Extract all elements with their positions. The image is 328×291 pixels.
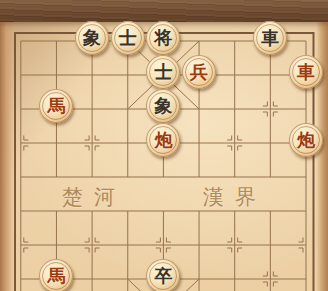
board-point: 卒 [146,262,182,291]
piece-black-elephant-2[interactable]: 象 [146,89,180,123]
piece-red-chariot-1[interactable]: 車 [289,55,323,89]
board-point: 馬 [39,92,75,126]
piece-glyph: 兵 [190,63,208,81]
piece-glyph: 馬 [47,97,65,115]
piece-red-cannon-1[interactable]: 炮 [146,123,180,157]
piece-red-cannon-2[interactable]: 炮 [289,123,323,157]
piece-red-horse-1[interactable]: 馬 [39,89,73,123]
board-point: 象 [74,24,110,58]
piece-glyph: 車 [261,29,279,47]
xiangqi-app-screenshot: 楚河 漢界 象士将車士兵車馬象炮炮馬卒 [0,0,328,291]
board-point: 車 [288,58,324,92]
board-point: 士 [110,24,146,58]
piece-black-advisor-2[interactable]: 士 [146,55,180,89]
piece-black-advisor-1[interactable]: 士 [111,21,145,55]
piece-glyph: 士 [119,29,137,47]
piece-glyph: 将 [154,29,172,47]
piece-red-soldier-1[interactable]: 兵 [182,55,216,89]
board-point: 炮 [288,126,324,160]
piece-black-elephant-1[interactable]: 象 [75,21,109,55]
board-point: 炮 [146,126,182,160]
board-point: 将 [146,24,182,58]
piece-glyph: 炮 [297,131,315,149]
piece-black-chariot-1[interactable]: 車 [253,21,287,55]
board-point: 兵 [181,58,217,92]
piece-red-horse-2[interactable]: 馬 [39,259,73,291]
piece-glyph: 象 [154,97,172,115]
board-point: 士 [146,58,182,92]
piece-black-soldier-1[interactable]: 卒 [146,259,180,291]
piece-glyph: 馬 [47,267,65,285]
piece-glyph: 象 [83,29,101,47]
piece-layer[interactable]: 象士将車士兵車馬象炮炮馬卒 [3,24,324,291]
board-point: 馬 [39,262,75,291]
piece-glyph: 士 [154,63,172,81]
piece-glyph: 卒 [154,267,172,285]
piece-glyph: 炮 [154,131,172,149]
piece-black-general[interactable]: 将 [146,21,180,55]
board-point: 車 [252,24,288,58]
piece-glyph: 車 [297,63,315,81]
board-point: 象 [146,92,182,126]
